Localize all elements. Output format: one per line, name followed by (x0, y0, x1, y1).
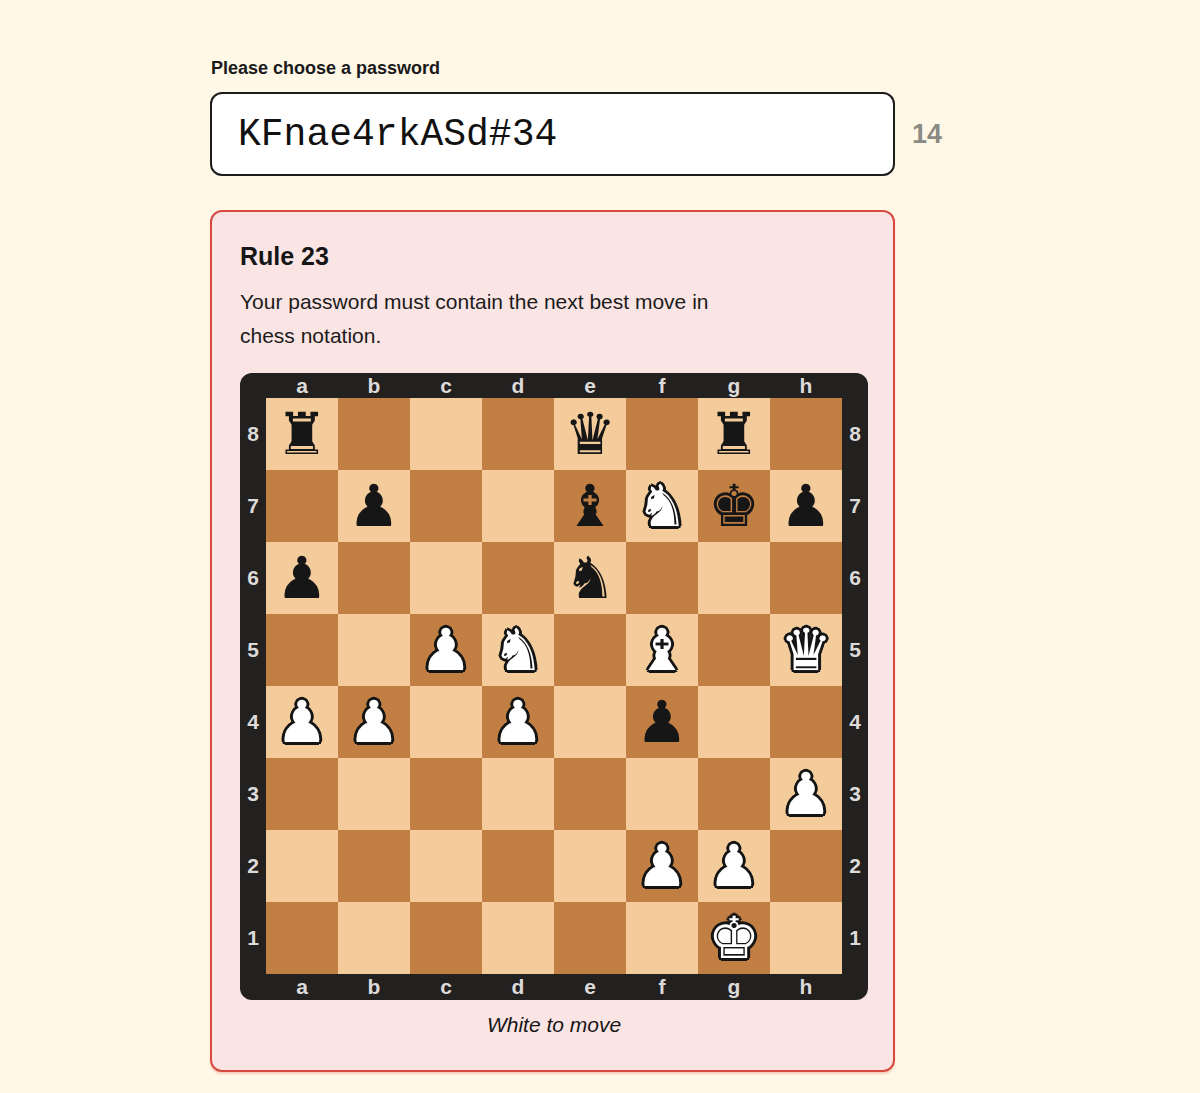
rule-card: Rule 23 Your password must contain the n… (210, 210, 895, 1072)
white-pawn: ♟ (780, 758, 832, 830)
rule-description-line1: Your password must contain the next best… (240, 285, 867, 319)
file-label-g: g (698, 974, 770, 1000)
black-pawn: ♟ (636, 686, 688, 758)
square-g6 (698, 542, 770, 614)
white-pawn: ♟ (276, 686, 328, 758)
file-label-e: e (554, 373, 626, 398)
square-d5: ♞ (482, 614, 554, 686)
file-label-f: f (626, 373, 698, 398)
square-c8 (410, 398, 482, 470)
square-h8 (770, 398, 842, 470)
board-caption: White to move (240, 1013, 868, 1037)
square-c1 (410, 902, 482, 974)
password-input[interactable]: KFnae4rkASd#34 (210, 92, 895, 176)
square-g1: ♚ (698, 902, 770, 974)
square-h7: ♟ (770, 470, 842, 542)
square-b5 (338, 614, 410, 686)
file-label-h: h (770, 974, 842, 1000)
square-d1 (482, 902, 554, 974)
square-h4 (770, 686, 842, 758)
square-a7 (266, 470, 338, 542)
black-pawn: ♟ (780, 470, 832, 542)
square-e6: ♞ (554, 542, 626, 614)
password-label: Please choose a password (211, 58, 440, 79)
square-f5: ♝ (626, 614, 698, 686)
square-e3 (554, 758, 626, 830)
square-h5: ♛ (770, 614, 842, 686)
square-f4: ♟ (626, 686, 698, 758)
square-e8: ♛ (554, 398, 626, 470)
square-f1 (626, 902, 698, 974)
square-f6 (626, 542, 698, 614)
white-pawn: ♟ (348, 686, 400, 758)
white-pawn: ♟ (708, 830, 760, 902)
square-e1 (554, 902, 626, 974)
square-g8: ♜ (698, 398, 770, 470)
file-label-c: c (410, 373, 482, 398)
square-h3: ♟ (770, 758, 842, 830)
square-a2 (266, 830, 338, 902)
square-a8: ♜ (266, 398, 338, 470)
square-d7 (482, 470, 554, 542)
rank-label-8: 8 (240, 398, 266, 470)
rank-label-3: 3 (240, 758, 266, 830)
rank-label-3: 3 (842, 758, 868, 830)
square-e7: ♝ (554, 470, 626, 542)
file-label-h: h (770, 373, 842, 398)
white-knight: ♞ (636, 470, 688, 542)
rank-label-7: 7 (842, 470, 868, 542)
black-rook: ♜ (708, 398, 760, 470)
black-king: ♚ (708, 470, 760, 542)
black-queen: ♛ (564, 398, 616, 470)
square-g4 (698, 686, 770, 758)
square-a4: ♟ (266, 686, 338, 758)
rank-label-1: 1 (240, 902, 266, 974)
square-d2 (482, 830, 554, 902)
square-c6 (410, 542, 482, 614)
rank-label-2: 2 (240, 830, 266, 902)
black-pawn: ♟ (348, 470, 400, 542)
rank-label-4: 4 (240, 686, 266, 758)
square-b2 (338, 830, 410, 902)
square-g5 (698, 614, 770, 686)
password-value: KFnae4rkASd#34 (238, 113, 557, 156)
square-d6 (482, 542, 554, 614)
black-pawn: ♟ (276, 542, 328, 614)
square-b1 (338, 902, 410, 974)
char-counter: 14 (912, 92, 942, 176)
square-g3 (698, 758, 770, 830)
file-label-g: g (698, 373, 770, 398)
rank-label-7: 7 (240, 470, 266, 542)
file-label-b: b (338, 373, 410, 398)
square-d4: ♟ (482, 686, 554, 758)
white-pawn: ♟ (636, 830, 688, 902)
board-corner (842, 974, 868, 1000)
rank-label-6: 6 (842, 542, 868, 614)
chess-board: abcdefgh8♜♛♜87♟♝♞♚♟76♟♞65♟♞♝♛54♟♟♟♟43♟32… (240, 373, 868, 1000)
square-h6 (770, 542, 842, 614)
square-b6 (338, 542, 410, 614)
file-label-a: a (266, 974, 338, 1000)
square-c7 (410, 470, 482, 542)
chess-board-wrapper: abcdefgh8♜♛♜87♟♝♞♚♟76♟♞65♟♞♝♛54♟♟♟♟43♟32… (240, 373, 868, 1037)
square-a5 (266, 614, 338, 686)
white-bishop: ♝ (636, 614, 688, 686)
square-a1 (266, 902, 338, 974)
rule-description-line2: chess notation. (240, 319, 867, 353)
square-b8 (338, 398, 410, 470)
rank-label-5: 5 (240, 614, 266, 686)
file-label-e: e (554, 974, 626, 1000)
square-f3 (626, 758, 698, 830)
board-corner (240, 974, 266, 1000)
black-rook: ♜ (276, 398, 328, 470)
square-b4: ♟ (338, 686, 410, 758)
rank-label-1: 1 (842, 902, 868, 974)
white-pawn: ♟ (420, 614, 472, 686)
square-f2: ♟ (626, 830, 698, 902)
square-f8 (626, 398, 698, 470)
square-e4 (554, 686, 626, 758)
square-g7: ♚ (698, 470, 770, 542)
rank-label-2: 2 (842, 830, 868, 902)
board-corner (842, 373, 868, 398)
rule-description: Your password must contain the next best… (240, 285, 867, 353)
file-label-d: d (482, 974, 554, 1000)
file-label-d: d (482, 373, 554, 398)
square-c2 (410, 830, 482, 902)
square-b3 (338, 758, 410, 830)
square-h2 (770, 830, 842, 902)
black-bishop: ♝ (564, 470, 616, 542)
white-pawn: ♟ (492, 686, 544, 758)
square-h1 (770, 902, 842, 974)
board-corner (240, 373, 266, 398)
square-e5 (554, 614, 626, 686)
white-queen: ♛ (780, 614, 832, 686)
file-label-b: b (338, 974, 410, 1000)
file-label-c: c (410, 974, 482, 1000)
square-g2: ♟ (698, 830, 770, 902)
rank-label-6: 6 (240, 542, 266, 614)
rank-label-8: 8 (842, 398, 868, 470)
square-b7: ♟ (338, 470, 410, 542)
square-f7: ♞ (626, 470, 698, 542)
square-d8 (482, 398, 554, 470)
square-c3 (410, 758, 482, 830)
square-c5: ♟ (410, 614, 482, 686)
black-knight: ♞ (564, 542, 616, 614)
file-label-a: a (266, 373, 338, 398)
square-a3 (266, 758, 338, 830)
white-king: ♚ (708, 902, 760, 974)
file-label-f: f (626, 974, 698, 1000)
square-a6: ♟ (266, 542, 338, 614)
rule-title: Rule 23 (240, 242, 867, 271)
white-knight: ♞ (492, 614, 544, 686)
square-c4 (410, 686, 482, 758)
rank-label-5: 5 (842, 614, 868, 686)
square-d3 (482, 758, 554, 830)
square-e2 (554, 830, 626, 902)
rank-label-4: 4 (842, 686, 868, 758)
